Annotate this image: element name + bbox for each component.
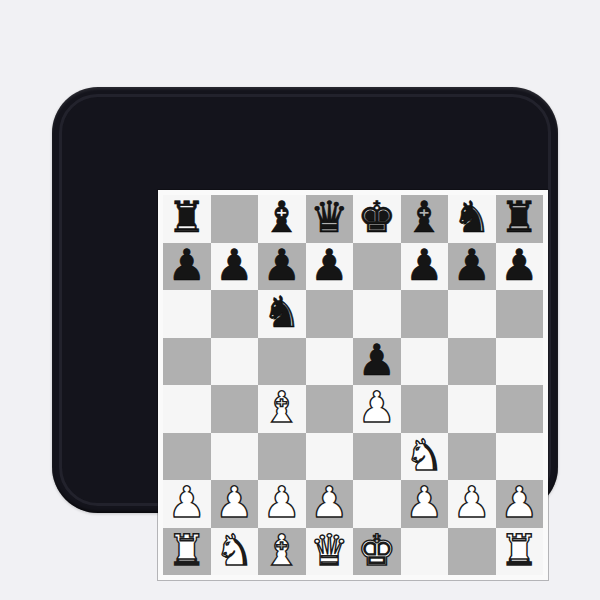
piece-black-pawn-h7: ♟ — [500, 244, 539, 287]
piece-black-bishop-f8: ♝ — [405, 196, 444, 239]
square-g6 — [448, 290, 496, 338]
piece-black-pawn-e5: ♟ — [357, 339, 396, 382]
piece-black-pawn-f7: ♟ — [405, 244, 444, 287]
piece-black-pawn-a7: ♟ — [167, 244, 206, 287]
square-h6 — [496, 290, 544, 338]
square-h7: ♟ — [496, 243, 544, 291]
square-c7: ♟ — [258, 243, 306, 291]
square-d4 — [306, 385, 354, 433]
square-b4 — [211, 385, 259, 433]
square-g8: ♞ — [448, 195, 496, 243]
square-c3 — [258, 433, 306, 481]
piece-black-rook-h8: ♜ — [500, 196, 539, 239]
square-c1: ♝ — [258, 528, 306, 576]
square-d8: ♛ — [306, 195, 354, 243]
square-d5 — [306, 338, 354, 386]
piece-black-rook-a8: ♜ — [167, 196, 206, 239]
square-h3 — [496, 433, 544, 481]
chessboard-frame: ♜♝♛♚♝♞♜♟♟♟♟♟♟♟♞♟♝♟♞♟♟♟♟♟♟♟♜♞♝♛♚♜ — [158, 190, 548, 580]
piece-white-king-e1: ♚ — [357, 529, 396, 572]
piece-black-bishop-c8: ♝ — [262, 196, 301, 239]
square-e6 — [353, 290, 401, 338]
square-d1: ♛ — [306, 528, 354, 576]
square-e3 — [353, 433, 401, 481]
piece-white-rook-a1: ♜ — [167, 529, 206, 572]
square-d2: ♟ — [306, 480, 354, 528]
square-c4: ♝ — [258, 385, 306, 433]
piece-white-knight-f3: ♞ — [405, 434, 444, 477]
square-g4 — [448, 385, 496, 433]
square-e4: ♟ — [353, 385, 401, 433]
square-f5 — [401, 338, 449, 386]
square-a6 — [163, 290, 211, 338]
square-e5: ♟ — [353, 338, 401, 386]
square-c8: ♝ — [258, 195, 306, 243]
square-a7: ♟ — [163, 243, 211, 291]
piece-white-pawn-b2: ♟ — [215, 481, 254, 524]
square-f6 — [401, 290, 449, 338]
square-a3 — [163, 433, 211, 481]
square-f4 — [401, 385, 449, 433]
square-a8: ♜ — [163, 195, 211, 243]
square-f1 — [401, 528, 449, 576]
piece-white-pawn-a2: ♟ — [167, 481, 206, 524]
piece-black-pawn-d7: ♟ — [310, 244, 349, 287]
square-f3: ♞ — [401, 433, 449, 481]
piece-black-knight-g8: ♞ — [452, 196, 491, 239]
square-g7: ♟ — [448, 243, 496, 291]
square-e7 — [353, 243, 401, 291]
piece-black-pawn-g7: ♟ — [452, 244, 491, 287]
square-b2: ♟ — [211, 480, 259, 528]
square-e2 — [353, 480, 401, 528]
square-g3 — [448, 433, 496, 481]
square-d6 — [306, 290, 354, 338]
piece-white-bishop-c4: ♝ — [262, 386, 301, 429]
piece-white-bishop-c1: ♝ — [262, 529, 301, 572]
square-a4 — [163, 385, 211, 433]
square-b5 — [211, 338, 259, 386]
square-b7: ♟ — [211, 243, 259, 291]
square-e1: ♚ — [353, 528, 401, 576]
square-g2: ♟ — [448, 480, 496, 528]
square-c6: ♞ — [258, 290, 306, 338]
piece-black-queen-d8: ♛ — [310, 196, 349, 239]
piece-white-queen-d1: ♛ — [310, 529, 349, 572]
square-c2: ♟ — [258, 480, 306, 528]
square-g1 — [448, 528, 496, 576]
square-f2: ♟ — [401, 480, 449, 528]
piece-white-rook-h1: ♜ — [500, 529, 539, 572]
piece-white-pawn-c2: ♟ — [262, 481, 301, 524]
piece-white-pawn-f2: ♟ — [405, 481, 444, 524]
mousepad: ♜♝♛♚♝♞♜♟♟♟♟♟♟♟♞♟♝♟♞♟♟♟♟♟♟♟♜♞♝♛♚♜ — [52, 87, 558, 513]
piece-white-knight-b1: ♞ — [215, 529, 254, 572]
piece-black-king-e8: ♚ — [357, 196, 396, 239]
square-b1: ♞ — [211, 528, 259, 576]
square-h2: ♟ — [496, 480, 544, 528]
square-h1: ♜ — [496, 528, 544, 576]
square-b3 — [211, 433, 259, 481]
square-g5 — [448, 338, 496, 386]
square-b8 — [211, 195, 259, 243]
square-a1: ♜ — [163, 528, 211, 576]
square-b6 — [211, 290, 259, 338]
square-d7: ♟ — [306, 243, 354, 291]
square-c5 — [258, 338, 306, 386]
square-f8: ♝ — [401, 195, 449, 243]
product-photo-background: ♜♝♛♚♝♞♜♟♟♟♟♟♟♟♞♟♝♟♞♟♟♟♟♟♟♟♜♞♝♛♚♜ — [0, 0, 600, 600]
square-f7: ♟ — [401, 243, 449, 291]
piece-white-pawn-d2: ♟ — [310, 481, 349, 524]
square-h5 — [496, 338, 544, 386]
square-e8: ♚ — [353, 195, 401, 243]
square-a5 — [163, 338, 211, 386]
square-d3 — [306, 433, 354, 481]
square-a2: ♟ — [163, 480, 211, 528]
square-h8: ♜ — [496, 195, 544, 243]
piece-white-pawn-g2: ♟ — [452, 481, 491, 524]
piece-black-knight-c6: ♞ — [262, 291, 301, 334]
piece-white-pawn-e4: ♟ — [357, 386, 396, 429]
square-h4 — [496, 385, 544, 433]
piece-white-pawn-h2: ♟ — [500, 481, 539, 524]
piece-black-pawn-c7: ♟ — [262, 244, 301, 287]
chessboard: ♜♝♛♚♝♞♜♟♟♟♟♟♟♟♞♟♝♟♞♟♟♟♟♟♟♟♜♞♝♛♚♜ — [163, 195, 543, 575]
piece-black-pawn-b7: ♟ — [215, 244, 254, 287]
